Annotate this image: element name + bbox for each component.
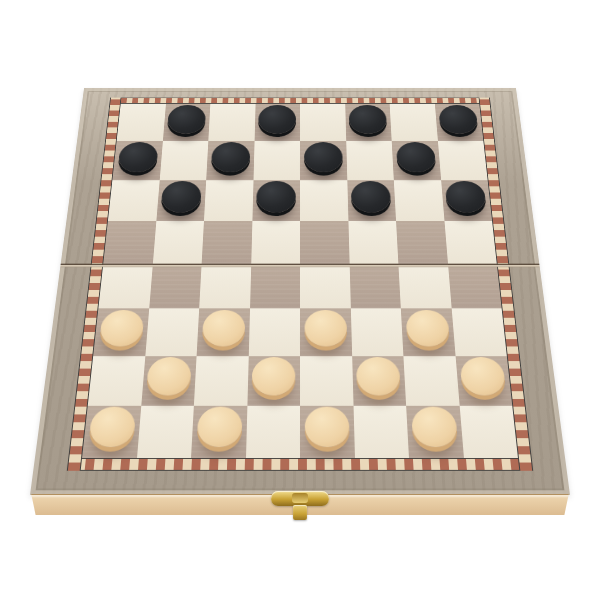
square-f3[interactable]	[350, 309, 403, 356]
square-c5[interactable]	[202, 221, 252, 264]
brass-clasp-plate	[271, 491, 329, 506]
brass-clasp-pendant	[293, 505, 307, 520]
checker-wood[interactable]	[405, 310, 450, 347]
square-b8[interactable]	[162, 104, 210, 141]
checker-wood[interactable]	[99, 310, 145, 347]
square-c2[interactable]	[194, 356, 248, 406]
square-b1[interactable]	[137, 406, 194, 458]
square-f7[interactable]	[346, 141, 394, 180]
square-d4[interactable]	[250, 264, 300, 309]
square-d5[interactable]	[251, 221, 300, 264]
square-b6[interactable]	[156, 180, 206, 221]
square-e5[interactable]	[300, 221, 349, 264]
checkers-board	[30, 88, 570, 495]
square-c8[interactable]	[208, 104, 255, 141]
square-b5[interactable]	[152, 221, 204, 264]
checker-wood[interactable]	[304, 310, 347, 347]
checker-wood[interactable]	[252, 357, 296, 395]
square-a1[interactable]	[82, 406, 141, 458]
square-e3[interactable]	[300, 309, 352, 356]
square-a7[interactable]	[112, 141, 162, 180]
square-h7[interactable]	[438, 141, 488, 180]
board-grid	[82, 104, 518, 458]
checker-wood[interactable]	[88, 407, 136, 448]
board-perspective-wrapper	[30, 88, 570, 495]
checker-black[interactable]	[211, 142, 251, 172]
square-e8[interactable]	[300, 104, 346, 141]
square-e1[interactable]	[300, 406, 354, 458]
square-f5[interactable]	[348, 221, 398, 264]
square-h4[interactable]	[448, 264, 502, 309]
square-h2[interactable]	[455, 356, 512, 406]
square-b4[interactable]	[149, 264, 202, 309]
square-d8[interactable]	[254, 104, 300, 141]
square-g8[interactable]	[390, 104, 438, 141]
square-a3[interactable]	[93, 309, 149, 356]
square-f4[interactable]	[349, 264, 401, 309]
brass-clasp	[271, 489, 329, 529]
checker-black[interactable]	[167, 105, 206, 134]
square-b2[interactable]	[141, 356, 197, 406]
square-g5[interactable]	[396, 221, 448, 264]
checker-black[interactable]	[117, 142, 158, 172]
square-h1[interactable]	[459, 406, 518, 458]
square-f2[interactable]	[352, 356, 406, 406]
square-h6[interactable]	[441, 180, 492, 221]
square-h3[interactable]	[451, 309, 507, 356]
square-g1[interactable]	[406, 406, 463, 458]
checker-wood[interactable]	[146, 357, 192, 395]
checker-black[interactable]	[304, 142, 343, 172]
checker-black[interactable]	[258, 105, 296, 134]
square-a2[interactable]	[88, 356, 145, 406]
checker-black[interactable]	[161, 181, 202, 213]
square-e4[interactable]	[300, 264, 350, 309]
square-d1[interactable]	[246, 406, 300, 458]
mosaic-border-bottom	[67, 458, 533, 471]
square-c6[interactable]	[204, 180, 253, 221]
square-g4[interactable]	[398, 264, 451, 309]
square-a8[interactable]	[117, 104, 166, 141]
checker-black[interactable]	[396, 142, 436, 172]
square-c4[interactable]	[199, 264, 251, 309]
checker-wood[interactable]	[411, 407, 458, 448]
fold-seam	[60, 264, 540, 268]
checker-black[interactable]	[351, 181, 392, 213]
square-d2[interactable]	[247, 356, 300, 406]
square-a6[interactable]	[108, 180, 159, 221]
square-h8[interactable]	[434, 104, 483, 141]
square-g3[interactable]	[401, 309, 455, 356]
checker-wood[interactable]	[196, 407, 242, 448]
checker-black[interactable]	[445, 181, 487, 213]
checker-black[interactable]	[256, 181, 296, 213]
square-e6[interactable]	[300, 180, 348, 221]
square-b3[interactable]	[145, 309, 199, 356]
square-d7[interactable]	[253, 141, 300, 180]
checker-black[interactable]	[438, 105, 478, 134]
square-g2[interactable]	[403, 356, 459, 406]
product-photo-scene	[0, 0, 600, 600]
square-b7[interactable]	[159, 141, 208, 180]
checker-wood[interactable]	[305, 407, 350, 448]
square-f1[interactable]	[353, 406, 409, 458]
square-c3[interactable]	[197, 309, 250, 356]
square-c1[interactable]	[191, 406, 247, 458]
square-e7[interactable]	[300, 141, 347, 180]
square-a5[interactable]	[103, 221, 156, 264]
checker-wood[interactable]	[202, 310, 246, 347]
square-h5[interactable]	[444, 221, 497, 264]
square-g7[interactable]	[392, 141, 441, 180]
checker-black[interactable]	[349, 105, 388, 134]
decorative-mosaic-border	[67, 98, 533, 471]
square-g6[interactable]	[394, 180, 444, 221]
square-c7[interactable]	[206, 141, 254, 180]
checker-wood[interactable]	[460, 357, 507, 395]
square-a4[interactable]	[98, 264, 152, 309]
square-e2[interactable]	[300, 356, 353, 406]
square-f6[interactable]	[347, 180, 396, 221]
square-f8[interactable]	[345, 104, 392, 141]
square-d3[interactable]	[248, 309, 300, 356]
checker-wood[interactable]	[356, 357, 401, 395]
square-d6[interactable]	[252, 180, 300, 221]
